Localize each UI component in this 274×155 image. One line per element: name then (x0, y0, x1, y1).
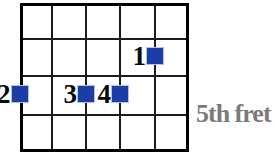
grid-cell (53, 6, 87, 40)
grid-cell (23, 116, 53, 149)
grid-cell (87, 6, 121, 40)
grid-cell (87, 116, 121, 149)
finger-marker-square (147, 48, 163, 64)
chord-diagram: 5th fret 1234 (0, 0, 274, 155)
grid-cell (156, 6, 186, 40)
fretboard-grid (20, 3, 189, 152)
grid-cell (53, 116, 87, 149)
finger-number-label: 4 (71, 82, 111, 106)
grid-cell (156, 77, 186, 116)
fret-position-label: 5th fret (196, 101, 271, 127)
finger-number-label: 1 (106, 44, 146, 68)
finger-marker-square (12, 86, 28, 102)
grid-cell (23, 6, 53, 40)
finger-number-label: 2 (0, 82, 11, 106)
grid-cell (121, 6, 156, 40)
grid-cell (156, 116, 186, 149)
grid-cell (53, 40, 87, 77)
grid-cell (23, 40, 53, 77)
finger-marker-square (112, 86, 128, 102)
grid-cell (121, 116, 156, 149)
